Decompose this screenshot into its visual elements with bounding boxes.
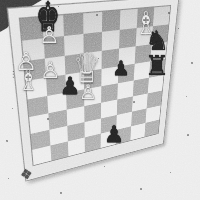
square-h1[interactable]: [144, 120, 159, 137]
board-logo: ❖: [19, 166, 34, 182]
square-a1[interactable]: [32, 146, 51, 166]
piece-white-pawn-d4[interactable]: ♙: [79, 82, 97, 102]
piece-white-pawn-b5[interactable]: ♙: [40, 59, 61, 82]
square-b1[interactable]: [50, 141, 68, 160]
square-d8[interactable]: [83, 12, 102, 34]
square-c1[interactable]: [68, 137, 85, 156]
piece-white-bishop-a5[interactable]: ♗: [18, 66, 38, 95]
piece-black-pawn-f5[interactable]: ♟: [112, 58, 130, 78]
piece-black-pawn-e1[interactable]: ♟: [104, 123, 125, 146]
frame-markings: ···: [8, 70, 17, 79]
square-c8[interactable]: [63, 13, 83, 36]
square-g1[interactable]: [130, 123, 145, 140]
square-e8[interactable]: [102, 10, 120, 32]
chessboard-photo: ❖ ··· ♚♙♗♙♞♗♙♕♟♜♟♙♟: [0, 0, 200, 200]
photo-layer: ❖ ··· ♚♙♗♙♞♗♙♕♟♜♟♙♟: [0, 0, 200, 200]
piece-white-pawn-b7[interactable]: ♙: [39, 24, 60, 47]
piece-black-pawn-c4[interactable]: ♟: [59, 74, 81, 98]
piece-black-rook-h4[interactable]: ♜: [145, 52, 169, 79]
square-d1[interactable]: [85, 134, 101, 152]
